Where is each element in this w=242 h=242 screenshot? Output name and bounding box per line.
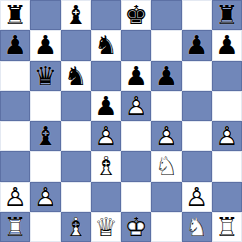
- square-f1[interactable]: [151, 212, 181, 242]
- black-piece-glyph: ♟: [212, 30, 242, 60]
- white-pawn-piece: ♟♙: [91, 121, 121, 151]
- white-piece-outline: ♘: [182, 212, 212, 242]
- black-bishop-piece: ♝: [61, 0, 91, 30]
- square-e4[interactable]: [121, 121, 151, 151]
- square-h7[interactable]: ♟: [212, 30, 242, 60]
- square-h6[interactable]: [212, 61, 242, 91]
- black-piece-glyph: ♞: [91, 30, 121, 60]
- white-piece-outline: ♙: [212, 121, 242, 151]
- white-piece-outline: ♙: [91, 121, 121, 151]
- square-d5[interactable]: ♟: [91, 91, 121, 121]
- black-piece-glyph: ♟: [121, 61, 151, 91]
- black-piece-glyph: ♝: [61, 0, 91, 30]
- black-pawn-piece: ♟: [30, 30, 60, 60]
- square-f3[interactable]: ♞♘: [151, 151, 181, 181]
- white-piece-outline: ♙: [121, 91, 151, 121]
- black-rook-piece: ♜: [0, 0, 30, 30]
- square-a5[interactable]: [0, 91, 30, 121]
- chess-board: ♜♝♚♜♟♟♞♟♟♛♞♟♟♟♟♙♝♟♙♟♙♟♙♝♗♞♘♟♙♟♙♟♙♜♖♝♗♛♕♚…: [0, 0, 242, 242]
- white-rook-piece: ♜♖: [0, 212, 30, 242]
- square-b7[interactable]: ♟: [30, 30, 60, 60]
- white-pawn-piece: ♟♙: [212, 121, 242, 151]
- white-piece-outline: ♖: [0, 212, 30, 242]
- black-piece-glyph: ♝: [30, 121, 60, 151]
- square-e8[interactable]: ♚: [121, 0, 151, 30]
- square-a8[interactable]: ♜: [0, 0, 30, 30]
- square-a6[interactable]: [0, 61, 30, 91]
- square-b4[interactable]: ♝: [30, 121, 60, 151]
- white-pawn-piece: ♟♙: [151, 121, 181, 151]
- black-rook-piece: ♜: [212, 0, 242, 30]
- white-pawn-piece: ♟♙: [182, 182, 212, 212]
- black-pawn-piece: ♟: [182, 30, 212, 60]
- square-e3[interactable]: [121, 151, 151, 181]
- square-h8[interactable]: ♜: [212, 0, 242, 30]
- white-piece-outline: ♔: [121, 212, 151, 242]
- black-pawn-piece: ♟: [212, 30, 242, 60]
- black-pawn-piece: ♟: [151, 61, 181, 91]
- square-d4[interactable]: ♟♙: [91, 121, 121, 151]
- square-g1[interactable]: ♞♘: [182, 212, 212, 242]
- square-c5[interactable]: [61, 91, 91, 121]
- square-f8[interactable]: [151, 0, 181, 30]
- square-e7[interactable]: [121, 30, 151, 60]
- square-b2[interactable]: ♟♙: [30, 182, 60, 212]
- square-g3[interactable]: [182, 151, 212, 181]
- square-a2[interactable]: ♟♙: [0, 182, 30, 212]
- black-bishop-piece: ♝: [30, 121, 60, 151]
- white-bishop-piece: ♝♗: [61, 212, 91, 242]
- square-e1[interactable]: ♚♔: [121, 212, 151, 242]
- square-c2[interactable]: [61, 182, 91, 212]
- white-knight-piece: ♞♘: [182, 212, 212, 242]
- square-d6[interactable]: [91, 61, 121, 91]
- square-c4[interactable]: [61, 121, 91, 151]
- square-h3[interactable]: [212, 151, 242, 181]
- white-pawn-piece: ♟♙: [30, 182, 60, 212]
- white-piece-outline: ♕: [91, 212, 121, 242]
- black-piece-glyph: ♟: [151, 61, 181, 91]
- white-piece-outline: ♗: [61, 212, 91, 242]
- square-h5[interactable]: [212, 91, 242, 121]
- square-h2[interactable]: [212, 182, 242, 212]
- black-piece-glyph: ♜: [212, 0, 242, 30]
- black-piece-glyph: ♞: [61, 61, 91, 91]
- square-c1[interactable]: ♝♗: [61, 212, 91, 242]
- square-b6[interactable]: ♛: [30, 61, 60, 91]
- black-pawn-piece: ♟: [91, 91, 121, 121]
- black-pawn-piece: ♟: [0, 30, 30, 60]
- square-a3[interactable]: [0, 151, 30, 181]
- black-pawn-piece: ♟: [121, 61, 151, 91]
- black-piece-glyph: ♟: [0, 30, 30, 60]
- black-knight-piece: ♞: [61, 61, 91, 91]
- white-piece-outline: ♘: [151, 151, 181, 181]
- white-piece-outline: ♙: [182, 182, 212, 212]
- black-piece-glyph: ♟: [30, 30, 60, 60]
- square-g6[interactable]: [182, 61, 212, 91]
- black-piece-glyph: ♜: [0, 0, 30, 30]
- square-g7[interactable]: ♟: [182, 30, 212, 60]
- square-g5[interactable]: [182, 91, 212, 121]
- black-piece-glyph: ♟: [91, 91, 121, 121]
- white-pawn-piece: ♟♙: [0, 182, 30, 212]
- black-piece-glyph: ♚: [121, 0, 151, 30]
- square-a4[interactable]: [0, 121, 30, 151]
- square-g2[interactable]: ♟♙: [182, 182, 212, 212]
- white-bishop-piece: ♝♗: [91, 151, 121, 181]
- square-c6[interactable]: ♞: [61, 61, 91, 91]
- black-queen-piece: ♛: [30, 61, 60, 91]
- square-f2[interactable]: [151, 182, 181, 212]
- white-piece-outline: ♖: [212, 212, 242, 242]
- square-f4[interactable]: ♟♙: [151, 121, 181, 151]
- black-king-piece: ♚: [121, 0, 151, 30]
- square-c8[interactable]: ♝: [61, 0, 91, 30]
- square-b5[interactable]: [30, 91, 60, 121]
- white-piece-outline: ♙: [151, 121, 181, 151]
- square-c3[interactable]: [61, 151, 91, 181]
- square-g8[interactable]: [182, 0, 212, 30]
- square-e2[interactable]: [121, 182, 151, 212]
- square-a1[interactable]: ♜♖: [0, 212, 30, 242]
- square-b1[interactable]: [30, 212, 60, 242]
- white-king-piece: ♚♔: [121, 212, 151, 242]
- square-d2[interactable]: [91, 182, 121, 212]
- square-e5[interactable]: ♟♙: [121, 91, 151, 121]
- square-h1[interactable]: ♜♖: [212, 212, 242, 242]
- white-knight-piece: ♞♘: [151, 151, 181, 181]
- square-f7[interactable]: [151, 30, 181, 60]
- white-piece-outline: ♙: [0, 182, 30, 212]
- black-knight-piece: ♞: [91, 30, 121, 60]
- white-queen-piece: ♛♕: [91, 212, 121, 242]
- square-b8[interactable]: [30, 0, 60, 30]
- square-d8[interactable]: [91, 0, 121, 30]
- square-d1[interactable]: ♛♕: [91, 212, 121, 242]
- black-piece-glyph: ♛: [30, 61, 60, 91]
- square-g4[interactable]: [182, 121, 212, 151]
- white-pawn-piece: ♟♙: [121, 91, 151, 121]
- square-c7[interactable]: [61, 30, 91, 60]
- white-piece-outline: ♙: [30, 182, 60, 212]
- black-piece-glyph: ♟: [182, 30, 212, 60]
- square-d3[interactable]: ♝♗: [91, 151, 121, 181]
- square-e6[interactable]: ♟: [121, 61, 151, 91]
- square-d7[interactable]: ♞: [91, 30, 121, 60]
- white-rook-piece: ♜♖: [212, 212, 242, 242]
- square-a7[interactable]: ♟: [0, 30, 30, 60]
- square-b3[interactable]: [30, 151, 60, 181]
- white-piece-outline: ♗: [91, 151, 121, 181]
- square-f6[interactable]: ♟: [151, 61, 181, 91]
- square-h4[interactable]: ♟♙: [212, 121, 242, 151]
- square-f5[interactable]: [151, 91, 181, 121]
